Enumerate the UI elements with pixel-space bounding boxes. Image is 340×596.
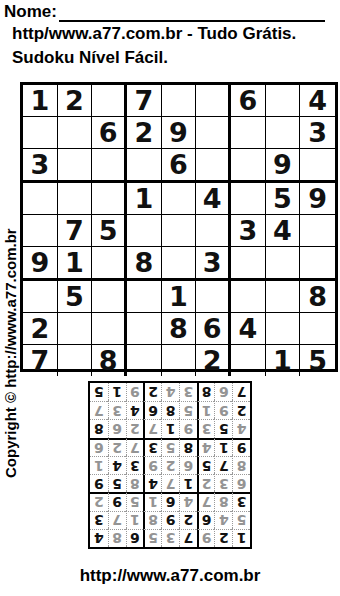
puzzle-cell-r4c9: 9	[300, 183, 335, 215]
solution-cell-r9c1: 7	[232, 383, 250, 401]
solution-cell-r5c6: 9	[143, 456, 161, 474]
solution-cell-r5c7: 3	[126, 456, 144, 474]
solution-cell-r4c1: 6	[232, 474, 250, 492]
solution-cell-r8c8: 3	[108, 401, 126, 419]
solution-cell-r8c4: 5	[179, 401, 197, 419]
solution-cell-r1c6: 5	[143, 529, 161, 547]
solution-cell-r6c1: 9	[232, 438, 250, 456]
solution-cell-r8c2: 9	[214, 401, 232, 419]
solution-cell-r6c8: 2	[108, 438, 126, 456]
puzzle-cell-r7c6[interactable]	[196, 281, 231, 313]
puzzle-title: Sudoku Nível Fácil.	[12, 48, 168, 68]
solution-cell-r9c4: 3	[179, 383, 197, 401]
solution-cell-r2c8: 7	[108, 511, 126, 529]
solution-cell-r6c2: 1	[214, 438, 232, 456]
solution-cell-r4c6: 4	[143, 474, 161, 492]
solution-cell-r9c6: 2	[143, 383, 161, 401]
puzzle-cell-r2c8[interactable]	[266, 117, 301, 149]
solution-cell-r5c1: 8	[232, 456, 250, 474]
solution-cell-r2c5: 9	[161, 511, 179, 529]
puzzle-cell-r6c3[interactable]	[92, 247, 127, 281]
solution-cell-r4c2: 3	[214, 474, 232, 492]
solution-cell-r5c8: 4	[108, 456, 126, 474]
puzzle-cell-r1c4: 7	[127, 85, 162, 117]
puzzle-cell-r8c2[interactable]	[58, 313, 93, 345]
solution-cell-r1c5: 3	[161, 529, 179, 547]
name-label: Nome:	[4, 2, 57, 21]
puzzle-cell-r6c7[interactable]	[231, 247, 266, 281]
solution-cell-r4c8: 5	[108, 474, 126, 492]
solution-cell-r4c5: 7	[161, 474, 179, 492]
solution-cell-r2c7: 1	[126, 511, 144, 529]
puzzle-cell-r6c9[interactable]	[300, 247, 335, 281]
footer-url: http://www.a77.com.br	[0, 566, 340, 586]
puzzle-cell-r3c8: 9	[266, 149, 301, 183]
puzzle-cell-r7c1[interactable]	[23, 281, 58, 313]
sudoku-puzzle-grid: 127646293369145975349183518286478215	[20, 82, 338, 372]
puzzle-cell-r7c4[interactable]	[127, 281, 162, 313]
puzzle-cell-r1c6[interactable]	[196, 85, 231, 117]
solution-cell-r9c5: 4	[161, 383, 179, 401]
solution-cell-r7c1: 4	[232, 419, 250, 437]
puzzle-cell-r6c1: 9	[23, 247, 58, 281]
puzzle-cell-r2c4: 2	[127, 117, 162, 149]
solution-cell-r6c5: 5	[161, 438, 179, 456]
solution-cell-r1c1: 1	[232, 529, 250, 547]
puzzle-cell-r4c1[interactable]	[23, 183, 58, 215]
solution-cell-r3c5: 6	[161, 492, 179, 510]
puzzle-cell-r6c2: 1	[58, 247, 93, 281]
solution-cell-r1c3: 9	[197, 529, 215, 547]
solution-cell-r3c8: 9	[108, 492, 126, 510]
puzzle-cell-r3c3[interactable]	[92, 149, 127, 183]
solution-cell-r8c5: 8	[161, 401, 179, 419]
solution-cell-r8c1: 2	[232, 401, 250, 419]
puzzle-cell-r3c5: 6	[162, 149, 197, 183]
puzzle-cell-r1c8[interactable]	[266, 85, 301, 117]
solution-cell-r7c7: 2	[126, 419, 144, 437]
solution-cell-r9c9: 5	[90, 383, 108, 401]
puzzle-cell-r2c1[interactable]	[23, 117, 58, 149]
name-row: Nome:	[4, 2, 325, 22]
puzzle-cell-r1c3[interactable]	[92, 85, 127, 117]
solution-cell-r3c4: 4	[179, 492, 197, 510]
puzzle-cell-r6c6: 3	[196, 247, 231, 281]
puzzle-cell-r2c5: 9	[162, 117, 197, 149]
puzzle-cell-r7c9: 8	[300, 281, 335, 313]
puzzle-cell-r7c5: 1	[162, 281, 197, 313]
solution-cell-r5c4: 6	[179, 456, 197, 474]
puzzle-cell-r5c6[interactable]	[196, 215, 231, 247]
puzzle-cell-r5c2: 7	[58, 215, 93, 247]
solution-cell-r9c7: 9	[126, 383, 144, 401]
puzzle-cell-r3c2[interactable]	[58, 149, 93, 183]
puzzle-cell-r9c4[interactable]	[127, 345, 162, 376]
puzzle-cell-r8c5: 8	[162, 313, 197, 345]
puzzle-cell-r5c9[interactable]	[300, 215, 335, 247]
puzzle-cell-r4c7[interactable]	[231, 183, 266, 215]
solution-cell-r3c1: 3	[232, 492, 250, 510]
puzzle-cell-r7c8[interactable]	[266, 281, 301, 313]
solution-cell-r3c2: 8	[214, 492, 232, 510]
solution-cell-r5c3: 5	[197, 456, 215, 474]
puzzle-cell-r4c3[interactable]	[92, 183, 127, 215]
puzzle-cell-r4c8: 5	[266, 183, 301, 215]
puzzle-cell-r1c7: 6	[231, 85, 266, 117]
solution-cell-r2c9: 3	[90, 511, 108, 529]
solution-cell-r6c7: 7	[126, 438, 144, 456]
solution-cell-r3c6: 1	[143, 492, 161, 510]
puzzle-cell-r8c4[interactable]	[127, 313, 162, 345]
puzzle-cell-r1c1: 1	[23, 85, 58, 117]
puzzle-cell-r8c8[interactable]	[266, 313, 301, 345]
solution-cell-r2c4: 2	[179, 511, 197, 529]
puzzle-cell-r5c4[interactable]	[127, 215, 162, 247]
solution-cell-r8c6: 6	[143, 401, 161, 419]
sudoku-solution-grid-rotated: 1297356845462981733874615926321748598756…	[88, 381, 252, 549]
puzzle-cell-r1c9: 4	[300, 85, 335, 117]
solution-cell-r6c9: 6	[90, 438, 108, 456]
puzzle-cell-r8c9[interactable]	[300, 313, 335, 345]
solution-cell-r7c9: 8	[90, 419, 108, 437]
solution-cell-r4c3: 2	[197, 474, 215, 492]
puzzle-cell-r8c1: 2	[23, 313, 58, 345]
puzzle-cell-r5c3: 5	[92, 215, 127, 247]
solution-cell-r4c9: 9	[90, 474, 108, 492]
puzzle-cell-r4c5[interactable]	[162, 183, 197, 215]
puzzle-cell-r8c3[interactable]	[92, 313, 127, 345]
puzzle-cell-r1c2: 2	[58, 85, 93, 117]
solution-cell-r1c2: 2	[214, 529, 232, 547]
solution-cell-r1c8: 8	[108, 529, 126, 547]
solution-cell-r1c9: 4	[90, 529, 108, 547]
puzzle-cell-r2c2[interactable]	[58, 117, 93, 149]
puzzle-cell-r4c6: 4	[196, 183, 231, 215]
puzzle-cell-r7c7[interactable]	[231, 281, 266, 313]
puzzle-cell-r5c8: 4	[266, 215, 301, 247]
solution-cell-r7c4: 9	[179, 419, 197, 437]
puzzle-cell-r9c1: 7	[23, 345, 58, 376]
solution-cell-r9c3: 8	[197, 383, 215, 401]
solution-cell-r7c6: 7	[143, 419, 161, 437]
solution-cell-r1c4: 7	[179, 529, 197, 547]
solution-cell-r5c2: 7	[214, 456, 232, 474]
puzzle-cell-r9c8: 1	[266, 345, 301, 376]
puzzle-cell-r1c5[interactable]	[162, 85, 197, 117]
puzzle-cell-r3c1: 3	[23, 149, 58, 183]
solution-cell-r3c9: 2	[90, 492, 108, 510]
puzzle-cell-r2c7[interactable]	[231, 117, 266, 149]
solution-cell-r4c7: 8	[126, 474, 144, 492]
puzzle-cell-r9c6: 2	[196, 345, 231, 376]
solution-cell-r1c7: 6	[126, 529, 144, 547]
puzzle-cell-r7c3[interactable]	[92, 281, 127, 313]
puzzle-cell-r9c5[interactable]	[162, 345, 197, 376]
solution-cell-r6c3: 4	[197, 438, 215, 456]
solution-cell-r6c4: 8	[179, 438, 197, 456]
puzzle-cell-r9c9: 5	[300, 345, 335, 376]
copyright-vertical-text: Copyright © http://www.a77.com.br	[2, 228, 19, 478]
puzzle-cell-r8c6: 6	[196, 313, 231, 345]
solution-cell-r9c8: 1	[108, 383, 126, 401]
solution-cell-r6c6: 3	[143, 438, 161, 456]
puzzle-cell-r5c7: 3	[231, 215, 266, 247]
puzzle-cell-r4c4: 1	[127, 183, 162, 215]
solution-cell-r5c5: 2	[161, 456, 179, 474]
solution-cell-r8c3: 1	[197, 401, 215, 419]
solution-cell-r2c6: 8	[143, 511, 161, 529]
site-header: http/www.a77.com.br - Tudo Grátis.	[12, 24, 296, 44]
puzzle-cell-r4c2[interactable]	[58, 183, 93, 215]
solution-cell-r2c3: 6	[197, 511, 215, 529]
puzzle-cell-r5c5[interactable]	[162, 215, 197, 247]
name-input-line[interactable]	[59, 5, 325, 22]
puzzle-cell-r3c6[interactable]	[196, 149, 231, 183]
puzzle-cell-r8c7: 4	[231, 313, 266, 345]
solution-cell-r3c3: 7	[197, 492, 215, 510]
solution-cell-r9c2: 6	[214, 383, 232, 401]
solution-cell-r7c3: 3	[197, 419, 215, 437]
puzzle-cell-r5c1[interactable]	[23, 215, 58, 247]
solution-cell-r4c4: 1	[179, 474, 197, 492]
puzzle-cell-r2c6[interactable]	[196, 117, 231, 149]
puzzle-cell-r6c8[interactable]	[266, 247, 301, 281]
solution-cell-r7c8: 6	[108, 419, 126, 437]
puzzle-cell-r3c7[interactable]	[231, 149, 266, 183]
solution-cell-r8c7: 4	[126, 401, 144, 419]
solution-cell-r7c2: 5	[214, 419, 232, 437]
puzzle-cell-r6c4: 8	[127, 247, 162, 281]
solution-cell-r7c5: 1	[161, 419, 179, 437]
puzzle-cell-r2c9: 3	[300, 117, 335, 149]
puzzle-cell-r9c2[interactable]	[58, 345, 93, 376]
puzzle-cell-r3c4[interactable]	[127, 149, 162, 183]
solution-cell-r8c9: 7	[90, 401, 108, 419]
solution-cell-r3c7: 5	[126, 492, 144, 510]
solution-cell-r2c1: 5	[232, 511, 250, 529]
solution-cell-r2c2: 4	[214, 511, 232, 529]
puzzle-cell-r7c2: 5	[58, 281, 93, 313]
puzzle-cell-r2c3: 6	[92, 117, 127, 149]
puzzle-cell-r9c7[interactable]	[231, 345, 266, 376]
puzzle-cell-r3c9[interactable]	[300, 149, 335, 183]
solution-cell-r5c9: 1	[90, 456, 108, 474]
puzzle-cell-r9c3: 8	[92, 345, 127, 376]
puzzle-cell-r6c5[interactable]	[162, 247, 197, 281]
